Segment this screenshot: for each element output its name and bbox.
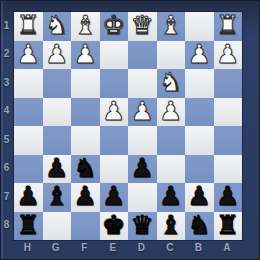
square-b5[interactable] xyxy=(185,126,214,155)
rank-label-2: 2 xyxy=(0,40,13,69)
square-d3[interactable] xyxy=(128,69,157,98)
square-a6[interactable] xyxy=(214,155,243,184)
square-c4[interactable]: ♟ xyxy=(157,98,186,127)
white-rook-icon[interactable]: ♜ xyxy=(17,12,40,38)
black-pawn-icon[interactable]: ♟ xyxy=(74,183,97,209)
square-e7[interactable]: ♟ xyxy=(100,183,129,212)
square-e1[interactable]: ♚ xyxy=(100,12,129,41)
rank-label-3: 3 xyxy=(0,68,13,97)
black-pawn-icon[interactable]: ♟ xyxy=(131,155,154,181)
chess-board: ♜♞♝♚♛♝♜♟♟♟♟♟♞♟♟♟♟♞♟♟♝♟♟♟♟♟♜♚♛♝♞♜ xyxy=(13,11,243,241)
square-h5[interactable] xyxy=(14,126,43,155)
white-pawn-icon[interactable]: ♟ xyxy=(17,41,40,67)
black-bishop-icon[interactable]: ♝ xyxy=(45,183,68,209)
square-e8[interactable]: ♚ xyxy=(100,212,129,241)
square-g5[interactable] xyxy=(43,126,72,155)
square-f5[interactable] xyxy=(71,126,100,155)
square-f7[interactable]: ♟ xyxy=(71,183,100,212)
white-pawn-icon[interactable]: ♟ xyxy=(159,98,182,124)
square-e6[interactable] xyxy=(100,155,129,184)
square-f3[interactable] xyxy=(71,69,100,98)
white-pawn-icon[interactable]: ♟ xyxy=(131,98,154,124)
square-e4[interactable]: ♟ xyxy=(100,98,129,127)
square-e5[interactable] xyxy=(100,126,129,155)
file-label-g: G xyxy=(42,239,71,256)
square-g8[interactable] xyxy=(43,212,72,241)
white-queen-icon[interactable]: ♛ xyxy=(131,12,154,38)
white-bishop-icon[interactable]: ♝ xyxy=(159,12,182,38)
white-bishop-icon[interactable]: ♝ xyxy=(74,12,97,38)
square-c5[interactable] xyxy=(157,126,186,155)
rank-label-4: 4 xyxy=(0,97,13,126)
white-pawn-icon[interactable]: ♟ xyxy=(102,98,125,124)
square-d5[interactable] xyxy=(128,126,157,155)
chess-diagram: 12345678 ♜♞♝♚♛♝♜♟♟♟♟♟♞♟♟♟♟♞♟♟♝♟♟♟♟♟♜♚♛♝♞… xyxy=(0,0,260,260)
square-g6[interactable]: ♟ xyxy=(43,155,72,184)
white-rook-icon[interactable]: ♜ xyxy=(216,12,239,38)
black-knight-icon[interactable]: ♞ xyxy=(188,212,211,238)
square-b2[interactable]: ♟ xyxy=(185,41,214,70)
square-f4[interactable] xyxy=(71,98,100,127)
square-f6[interactable]: ♞ xyxy=(71,155,100,184)
file-label-h: H xyxy=(13,239,42,256)
rank-label-7: 7 xyxy=(0,182,13,211)
square-b8[interactable]: ♞ xyxy=(185,212,214,241)
square-a2[interactable]: ♟ xyxy=(214,41,243,70)
square-h2[interactable]: ♟ xyxy=(14,41,43,70)
black-pawn-icon[interactable]: ♟ xyxy=(17,183,40,209)
black-pawn-icon[interactable]: ♟ xyxy=(188,183,211,209)
square-h1[interactable]: ♜ xyxy=(14,12,43,41)
square-g2[interactable]: ♟ xyxy=(43,41,72,70)
square-a7[interactable]: ♟ xyxy=(214,183,243,212)
square-c2[interactable] xyxy=(157,41,186,70)
square-d8[interactable]: ♛ xyxy=(128,212,157,241)
black-king-icon[interactable]: ♚ xyxy=(102,212,125,238)
rank-label-8: 8 xyxy=(0,211,13,240)
square-d6[interactable]: ♟ xyxy=(128,155,157,184)
white-king-icon[interactable]: ♚ xyxy=(102,12,125,38)
file-label-b: B xyxy=(184,239,213,256)
file-label-a: A xyxy=(213,239,242,256)
rank-labels: 12345678 xyxy=(0,11,13,239)
square-c8[interactable]: ♝ xyxy=(157,212,186,241)
square-d2[interactable] xyxy=(128,41,157,70)
square-a1[interactable]: ♜ xyxy=(214,12,243,41)
square-d7[interactable] xyxy=(128,183,157,212)
black-pawn-icon[interactable]: ♟ xyxy=(159,183,182,209)
square-h7[interactable]: ♟ xyxy=(14,183,43,212)
square-d1[interactable]: ♛ xyxy=(128,12,157,41)
black-pawn-icon[interactable]: ♟ xyxy=(216,183,239,209)
square-h3[interactable] xyxy=(14,69,43,98)
square-b4[interactable] xyxy=(185,98,214,127)
black-rook-icon[interactable]: ♜ xyxy=(216,212,239,238)
black-pawn-icon[interactable]: ♟ xyxy=(102,183,125,209)
square-b3[interactable] xyxy=(185,69,214,98)
file-label-f: F xyxy=(70,239,99,256)
file-label-d: D xyxy=(127,239,156,256)
square-h4[interactable] xyxy=(14,98,43,127)
square-d4[interactable]: ♟ xyxy=(128,98,157,127)
square-a3[interactable] xyxy=(214,69,243,98)
square-e2[interactable] xyxy=(100,41,129,70)
black-queen-icon[interactable]: ♛ xyxy=(131,212,154,238)
white-knight-icon[interactable]: ♞ xyxy=(159,69,182,95)
square-e3[interactable] xyxy=(100,69,129,98)
black-pawn-icon[interactable]: ♟ xyxy=(45,155,68,181)
black-knight-icon[interactable]: ♞ xyxy=(74,155,97,181)
square-f2[interactable]: ♟ xyxy=(71,41,100,70)
rank-label-5: 5 xyxy=(0,125,13,154)
square-f1[interactable]: ♝ xyxy=(71,12,100,41)
black-bishop-icon[interactable]: ♝ xyxy=(159,212,182,238)
square-g3[interactable] xyxy=(43,69,72,98)
square-b6[interactable] xyxy=(185,155,214,184)
square-b7[interactable]: ♟ xyxy=(185,183,214,212)
black-rook-icon[interactable]: ♜ xyxy=(17,212,40,238)
square-a8[interactable]: ♜ xyxy=(214,212,243,241)
white-knight-icon[interactable]: ♞ xyxy=(45,12,68,38)
rank-label-6: 6 xyxy=(0,154,13,183)
square-h8[interactable]: ♜ xyxy=(14,212,43,241)
square-c6[interactable] xyxy=(157,155,186,184)
square-c3[interactable]: ♞ xyxy=(157,69,186,98)
square-c1[interactable]: ♝ xyxy=(157,12,186,41)
square-g4[interactable] xyxy=(43,98,72,127)
white-pawn-icon[interactable]: ♟ xyxy=(74,41,97,67)
square-a5[interactable] xyxy=(214,126,243,155)
square-f8[interactable] xyxy=(71,212,100,241)
square-g7[interactable]: ♝ xyxy=(43,183,72,212)
white-pawn-icon[interactable]: ♟ xyxy=(45,41,68,67)
file-label-c: C xyxy=(156,239,185,256)
white-pawn-icon[interactable]: ♟ xyxy=(216,41,239,67)
square-g1[interactable]: ♞ xyxy=(43,12,72,41)
square-b1[interactable] xyxy=(185,12,214,41)
rank-label-1: 1 xyxy=(0,11,13,40)
square-a4[interactable] xyxy=(214,98,243,127)
white-pawn-icon[interactable]: ♟ xyxy=(188,41,211,67)
square-h6[interactable] xyxy=(14,155,43,184)
file-label-e: E xyxy=(99,239,128,256)
file-labels: HGFEDCBA xyxy=(13,239,241,256)
square-c7[interactable]: ♟ xyxy=(157,183,186,212)
